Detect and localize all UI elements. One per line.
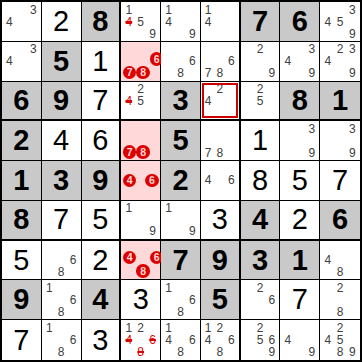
candidate-grid: 1468 bbox=[163, 322, 199, 359]
pencil-mark-2: 2 bbox=[254, 43, 266, 55]
cell-r7c7[interactable]: 3 bbox=[241, 241, 281, 281]
cell-r4c5[interactable]: 5 bbox=[161, 121, 201, 161]
cell-r4c8[interactable]: 39 bbox=[280, 121, 320, 161]
cell-r6c2[interactable]: 7 bbox=[42, 201, 82, 241]
pencil-mark-3: 3 bbox=[306, 43, 318, 55]
given-digit: 5 bbox=[42, 42, 81, 81]
entered-digit: 7 bbox=[82, 82, 120, 120]
pencil-mark-8: 8 bbox=[175, 306, 187, 318]
candidate-grid: 29 bbox=[242, 43, 278, 79]
cell-r4c3[interactable]: 6 bbox=[82, 121, 122, 161]
cell-r8c7[interactable]: 26 bbox=[241, 280, 281, 320]
cell-r9c6[interactable]: 12468 bbox=[201, 320, 241, 360]
pencil-mark-2: 2 bbox=[334, 282, 346, 294]
entered-digit: 5 bbox=[2, 241, 41, 280]
cell-r9c7[interactable]: 2569 bbox=[241, 320, 281, 360]
pencil-mark-6: 6 bbox=[226, 334, 238, 346]
technique-candidate-8: 8 bbox=[136, 66, 150, 80]
sudoku-board: 3428145914914763459345167868678293492349… bbox=[0, 0, 362, 362]
cell-r8c2[interactable]: 168 bbox=[42, 280, 82, 320]
cell-r1c1[interactable]: 34 bbox=[2, 2, 42, 42]
cell-r5c1[interactable]: 1 bbox=[2, 161, 42, 201]
eliminated-candidate-4: 4 bbox=[123, 334, 135, 346]
candidate-grid: 149 bbox=[163, 4, 199, 40]
pencil-mark-4: 4 bbox=[202, 95, 214, 107]
candidate-grid: 34 bbox=[4, 43, 40, 79]
cell-r7c1[interactable]: 5 bbox=[2, 241, 42, 281]
candidate-grid: 12468 bbox=[202, 322, 237, 359]
pencil-mark-8: 8 bbox=[214, 147, 226, 159]
cell-r5c8[interactable]: 5 bbox=[280, 161, 320, 201]
given-digit: 6 bbox=[2, 82, 41, 120]
pencil-mark-4: 4 bbox=[202, 334, 214, 346]
cell-r3c8[interactable]: 8 bbox=[280, 82, 320, 122]
cell-r1c6[interactable]: 14 bbox=[201, 2, 241, 42]
cell-r7c9[interactable]: 48 bbox=[320, 241, 360, 281]
cell-r6c1[interactable]: 8 bbox=[2, 201, 42, 241]
pencil-mark-6: 6 bbox=[186, 334, 198, 346]
cell-r8c1[interactable]: 9 bbox=[2, 280, 42, 320]
candidate-grid: 25 bbox=[242, 83, 278, 118]
pencil-mark-3: 3 bbox=[27, 43, 39, 55]
pencil-mark-4: 4 bbox=[202, 16, 214, 28]
candidate-grid: 2349 bbox=[322, 43, 359, 79]
cell-r6c4[interactable]: 19 bbox=[121, 201, 161, 241]
eliminated-candidate-4: 4 bbox=[123, 16, 135, 28]
cell-r9c5[interactable]: 1468 bbox=[161, 320, 201, 360]
pencil-mark-6: 6 bbox=[186, 294, 198, 306]
cell-r1c9[interactable]: 3459 bbox=[320, 2, 360, 42]
cell-r8c5[interactable]: 168 bbox=[161, 280, 201, 320]
given-digit: 9 bbox=[201, 241, 239, 280]
pencil-mark-5: 5 bbox=[135, 95, 147, 107]
candidate-grid: 12468 bbox=[123, 322, 159, 359]
pencil-mark-5: 5 bbox=[135, 16, 147, 28]
candidate-grid: 168 bbox=[43, 322, 79, 359]
cell-r4c7[interactable]: 1 bbox=[241, 121, 281, 161]
pencil-mark-1: 1 bbox=[43, 282, 55, 294]
pencil-mark-8: 8 bbox=[55, 306, 67, 318]
candidate-grid: 39 bbox=[282, 123, 318, 159]
cell-r4c4[interactable]: 78 bbox=[121, 121, 161, 161]
candidate-grid: 14 bbox=[202, 4, 237, 40]
pencil-mark-4: 4 bbox=[4, 16, 16, 28]
pencil-mark-2: 2 bbox=[214, 83, 226, 95]
entered-digit: 5 bbox=[280, 161, 319, 200]
candidate-grid: 19 bbox=[163, 202, 199, 237]
entered-digit: 4 bbox=[42, 121, 81, 160]
pencil-mark-3: 3 bbox=[346, 123, 358, 135]
cell-r6c8[interactable]: 2 bbox=[280, 201, 320, 241]
candidate-grid: 78 bbox=[123, 123, 159, 159]
technique-candidate-4: 4 bbox=[123, 174, 137, 188]
given-digit: 7 bbox=[161, 241, 200, 280]
pencil-mark-9: 9 bbox=[346, 346, 358, 358]
entered-digit: 3 bbox=[121, 280, 160, 319]
cell-r6c5[interactable]: 19 bbox=[161, 201, 201, 241]
pencil-mark-8: 8 bbox=[175, 67, 187, 79]
cell-r7c2[interactable]: 68 bbox=[42, 241, 82, 281]
pencil-mark-1: 1 bbox=[43, 322, 55, 334]
candidate-grid: 468 bbox=[123, 242, 159, 278]
cell-r5c9[interactable]: 7 bbox=[320, 161, 360, 201]
pencil-mark-4: 4 bbox=[282, 55, 294, 67]
given-digit: 2 bbox=[2, 121, 41, 160]
pencil-mark-2: 2 bbox=[135, 322, 147, 334]
pencil-mark-6: 6 bbox=[226, 174, 238, 186]
given-digit: 5 bbox=[201, 280, 239, 319]
cell-r3c7[interactable]: 25 bbox=[241, 82, 281, 122]
pencil-mark-9: 9 bbox=[306, 147, 318, 159]
cell-r3c2[interactable]: 9 bbox=[42, 82, 82, 122]
cell-r1c3[interactable]: 8 bbox=[82, 2, 122, 42]
cell-r2c7[interactable]: 29 bbox=[241, 42, 281, 82]
candidate-grid: 349 bbox=[282, 43, 318, 79]
candidate-grid: 48 bbox=[322, 242, 359, 278]
cell-r1c2[interactable]: 2 bbox=[42, 2, 82, 42]
cell-r5c6[interactable]: 46 bbox=[201, 161, 241, 201]
pencil-mark-9: 9 bbox=[306, 346, 318, 358]
pencil-mark-4: 4 bbox=[282, 334, 294, 346]
candidate-grid: 678 bbox=[202, 43, 237, 79]
entered-digit: 1 bbox=[241, 121, 280, 160]
pencil-mark-2: 2 bbox=[214, 322, 226, 334]
pencil-mark-9: 9 bbox=[186, 28, 198, 40]
cell-r2c5[interactable]: 68 bbox=[161, 42, 201, 82]
candidate-grid: 39 bbox=[322, 123, 359, 159]
pencil-mark-7: 7 bbox=[202, 147, 214, 159]
cell-r2c8[interactable]: 349 bbox=[280, 42, 320, 82]
cell-r3c4[interactable]: 245 bbox=[121, 82, 161, 122]
candidate-grid: 26 bbox=[242, 282, 278, 318]
pencil-mark-1: 1 bbox=[163, 282, 175, 294]
pencil-mark-1: 1 bbox=[202, 4, 214, 16]
pencil-mark-3: 3 bbox=[306, 123, 318, 135]
given-digit: 4 bbox=[82, 280, 120, 319]
candidate-grid: 68 bbox=[43, 242, 79, 278]
cell-r7c4[interactable]: 468 bbox=[121, 241, 161, 281]
candidate-grid: 678 bbox=[123, 43, 159, 79]
technique-candidate-8: 8 bbox=[136, 145, 150, 159]
pencil-mark-4: 4 bbox=[4, 55, 16, 67]
entered-digit: 3 bbox=[82, 320, 120, 360]
pencil-mark-9: 9 bbox=[147, 225, 159, 237]
cell-r4c6[interactable]: 78 bbox=[201, 121, 241, 161]
pencil-mark-8: 8 bbox=[55, 346, 67, 358]
given-digit: 5 bbox=[161, 121, 200, 160]
entered-digit: 8 bbox=[241, 161, 280, 200]
cell-r5c4[interactable]: 46 bbox=[121, 161, 161, 201]
eliminated-candidate-4: 4 bbox=[123, 95, 135, 107]
pencil-mark-6: 6 bbox=[226, 55, 238, 67]
candidate-grid: 245 bbox=[123, 83, 159, 118]
pencil-mark-1: 1 bbox=[163, 202, 175, 214]
technique-candidate-7: 7 bbox=[123, 145, 137, 159]
pencil-mark-7: 7 bbox=[202, 67, 214, 79]
cell-r1c8[interactable]: 6 bbox=[280, 2, 320, 42]
candidate-grid: 34 bbox=[4, 4, 40, 40]
technique-candidate-7: 7 bbox=[123, 66, 137, 80]
eliminated-candidate-8: 8 bbox=[135, 346, 147, 358]
pencil-mark-9: 9 bbox=[266, 346, 278, 358]
pencil-mark-9: 9 bbox=[147, 28, 159, 40]
cell-r8c6[interactable]: 5 bbox=[201, 280, 241, 320]
cell-r9c1[interactable]: 7 bbox=[2, 320, 42, 360]
cell-r3c6[interactable]: 24 bbox=[201, 82, 241, 122]
cell-r3c1[interactable]: 6 bbox=[2, 82, 42, 122]
cell-r2c9[interactable]: 2349 bbox=[320, 42, 360, 82]
pencil-mark-4: 4 bbox=[322, 334, 334, 346]
entered-digit: 1 bbox=[82, 42, 120, 81]
pencil-mark-3: 3 bbox=[27, 4, 39, 16]
pencil-mark-9: 9 bbox=[346, 147, 358, 159]
given-digit: 1 bbox=[280, 241, 319, 280]
pencil-mark-2: 2 bbox=[254, 282, 266, 294]
cell-r3c5[interactable]: 3 bbox=[161, 82, 201, 122]
pencil-mark-8: 8 bbox=[214, 67, 226, 79]
pencil-mark-4: 4 bbox=[163, 334, 175, 346]
pencil-mark-4: 4 bbox=[322, 16, 334, 28]
pencil-mark-6: 6 bbox=[266, 294, 278, 306]
pencil-mark-9: 9 bbox=[346, 67, 358, 79]
given-digit: 1 bbox=[2, 161, 41, 200]
candidate-grid: 78 bbox=[202, 123, 237, 159]
pencil-mark-5: 5 bbox=[254, 334, 266, 346]
candidate-grid: 3459 bbox=[322, 4, 359, 40]
pencil-mark-8: 8 bbox=[175, 346, 187, 358]
cell-r2c1[interactable]: 34 bbox=[2, 42, 42, 82]
cell-r7c5[interactable]: 7 bbox=[161, 241, 201, 281]
given-digit: 8 bbox=[2, 201, 41, 239]
cell-r9c8[interactable]: 49 bbox=[280, 320, 320, 360]
cell-r8c4[interactable]: 3 bbox=[121, 280, 161, 320]
cell-r7c8[interactable]: 1 bbox=[280, 241, 320, 281]
cell-r1c5[interactable]: 149 bbox=[161, 2, 201, 42]
given-digit: 6 bbox=[320, 201, 360, 239]
candidate-grid: 168 bbox=[43, 282, 79, 318]
pencil-mark-4: 4 bbox=[322, 254, 334, 266]
given-digit: 3 bbox=[241, 241, 280, 280]
entered-digit: 5 bbox=[82, 201, 120, 239]
pencil-mark-8: 8 bbox=[334, 266, 346, 278]
pencil-mark-6: 6 bbox=[67, 294, 79, 306]
cell-r9c9[interactable]: 24589 bbox=[320, 320, 360, 360]
given-digit: 2 bbox=[161, 161, 200, 200]
pencil-mark-1: 1 bbox=[163, 4, 175, 16]
cell-r4c9[interactable]: 39 bbox=[320, 121, 360, 161]
cell-r3c3[interactable]: 7 bbox=[82, 82, 122, 122]
eliminated-candidate-6: 6 bbox=[147, 334, 159, 346]
cell-r2c6[interactable]: 678 bbox=[201, 42, 241, 82]
technique-candidate-8: 8 bbox=[136, 264, 150, 278]
cell-r8c8[interactable]: 7 bbox=[280, 280, 320, 320]
cell-r4c1[interactable]: 2 bbox=[2, 121, 42, 161]
candidate-grid: 68 bbox=[163, 43, 199, 79]
candidate-grid: 46 bbox=[123, 163, 159, 199]
entered-digit: 2 bbox=[82, 241, 120, 280]
cell-r2c2[interactable]: 5 bbox=[42, 42, 82, 82]
given-digit: 3 bbox=[161, 82, 200, 120]
cell-r9c2[interactable]: 168 bbox=[42, 320, 82, 360]
entered-digit: 2 bbox=[280, 201, 319, 239]
cell-r2c3[interactable]: 1 bbox=[82, 42, 122, 82]
cell-r6c6[interactable]: 3 bbox=[201, 201, 241, 241]
pencil-mark-3: 3 bbox=[346, 4, 358, 16]
pencil-mark-6: 6 bbox=[67, 334, 79, 346]
pencil-mark-4: 4 bbox=[163, 16, 175, 28]
candidate-grid: 28 bbox=[322, 282, 359, 318]
cell-r6c7[interactable]: 4 bbox=[241, 201, 281, 241]
pencil-mark-9: 9 bbox=[266, 67, 278, 79]
given-digit: 8 bbox=[280, 82, 319, 120]
entered-digit: 7 bbox=[42, 201, 81, 239]
given-digit: 1 bbox=[320, 82, 360, 120]
entered-digit: 7 bbox=[2, 320, 41, 360]
given-digit: 9 bbox=[2, 280, 41, 319]
cell-r6c3[interactable]: 5 bbox=[82, 201, 122, 241]
cell-r3c9[interactable]: 1 bbox=[320, 82, 360, 122]
candidate-grid: 19 bbox=[123, 202, 159, 237]
entered-digit: 6 bbox=[82, 121, 120, 160]
pencil-mark-1: 1 bbox=[123, 4, 135, 16]
cell-r7c6[interactable]: 9 bbox=[201, 241, 241, 281]
entered-digit: 3 bbox=[201, 201, 239, 239]
cell-r5c5[interactable]: 2 bbox=[161, 161, 201, 201]
cell-r9c4[interactable]: 12468 bbox=[121, 320, 161, 360]
given-digit: 8 bbox=[82, 2, 120, 41]
pencil-mark-6: 6 bbox=[186, 55, 198, 67]
pencil-mark-8: 8 bbox=[55, 266, 67, 278]
pencil-mark-8: 8 bbox=[334, 346, 346, 358]
cell-r6c9[interactable]: 6 bbox=[320, 201, 360, 241]
candidate-grid: 24 bbox=[202, 83, 237, 118]
given-digit: 3 bbox=[42, 161, 81, 200]
given-digit: 6 bbox=[280, 2, 319, 41]
pencil-mark-1: 1 bbox=[123, 202, 135, 214]
entered-digit: 2 bbox=[42, 2, 81, 41]
pencil-mark-5: 5 bbox=[254, 95, 266, 107]
pencil-mark-9: 9 bbox=[186, 225, 198, 237]
entered-digit: 7 bbox=[320, 161, 360, 200]
cell-r4c2[interactable]: 4 bbox=[42, 121, 82, 161]
cell-r7c3[interactable]: 2 bbox=[82, 241, 122, 281]
cell-r5c7[interactable]: 8 bbox=[241, 161, 281, 201]
candidate-grid: 2569 bbox=[242, 322, 278, 359]
cell-r8c3[interactable]: 4 bbox=[82, 280, 122, 320]
candidate-grid: 168 bbox=[163, 282, 199, 318]
given-digit: 9 bbox=[42, 82, 81, 120]
pencil-mark-3: 3 bbox=[346, 43, 358, 55]
cell-r1c4[interactable]: 1459 bbox=[121, 2, 161, 42]
pencil-mark-4: 4 bbox=[202, 174, 214, 186]
candidate-grid: 49 bbox=[282, 322, 318, 359]
cell-r1c7[interactable]: 7 bbox=[241, 2, 281, 42]
cell-r5c3[interactable]: 9 bbox=[82, 161, 122, 201]
technique-candidate-6: 6 bbox=[145, 174, 159, 188]
cell-r8c9[interactable]: 28 bbox=[320, 280, 360, 320]
entered-digit: 7 bbox=[280, 280, 319, 319]
given-digit: 7 bbox=[241, 2, 280, 41]
pencil-mark-9: 9 bbox=[306, 67, 318, 79]
pencil-mark-2: 2 bbox=[334, 43, 346, 55]
candidate-grid: 24589 bbox=[322, 322, 359, 359]
pencil-mark-9: 9 bbox=[346, 28, 358, 40]
candidate-grid: 1459 bbox=[123, 4, 159, 40]
cell-r9c3[interactable]: 3 bbox=[82, 320, 122, 360]
pencil-mark-5: 5 bbox=[334, 16, 346, 28]
cell-r2c4[interactable]: 678 bbox=[121, 42, 161, 82]
pencil-mark-6: 6 bbox=[67, 254, 79, 266]
technique-candidate-4: 4 bbox=[123, 251, 137, 265]
pencil-mark-4: 4 bbox=[322, 55, 334, 67]
given-digit: 4 bbox=[241, 201, 280, 239]
candidate-grid: 46 bbox=[202, 163, 237, 199]
given-digit: 9 bbox=[82, 161, 120, 200]
pencil-mark-8: 8 bbox=[334, 306, 346, 318]
pencil-mark-8: 8 bbox=[214, 346, 226, 358]
cell-r5c2[interactable]: 3 bbox=[42, 161, 82, 201]
